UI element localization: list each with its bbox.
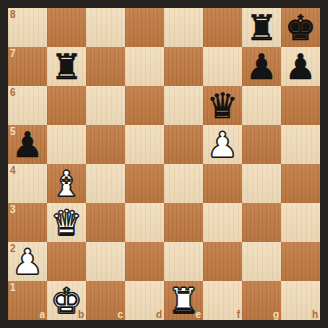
square-e8[interactable]: [164, 8, 203, 47]
square-f3[interactable]: [203, 203, 242, 242]
square-c2[interactable]: [86, 242, 125, 281]
square-e7[interactable]: [164, 47, 203, 86]
black-rook-g8[interactable]: ♜: [242, 8, 281, 47]
square-d3[interactable]: [125, 203, 164, 242]
square-b4[interactable]: ♝: [47, 164, 86, 203]
square-e3[interactable]: [164, 203, 203, 242]
white-bishop-b4[interactable]: ♝: [47, 164, 86, 203]
square-d4[interactable]: [125, 164, 164, 203]
square-f4[interactable]: [203, 164, 242, 203]
white-rook-e1[interactable]: ♜: [164, 281, 203, 320]
square-d7[interactable]: [125, 47, 164, 86]
square-h6[interactable]: [281, 86, 320, 125]
white-pawn-a2[interactable]: ♟: [8, 242, 47, 281]
square-b1[interactable]: b♚: [47, 281, 86, 320]
square-b3[interactable]: ♛: [47, 203, 86, 242]
square-d8[interactable]: [125, 8, 164, 47]
square-b5[interactable]: [47, 125, 86, 164]
square-e5[interactable]: [164, 125, 203, 164]
square-h5[interactable]: [281, 125, 320, 164]
square-f7[interactable]: [203, 47, 242, 86]
square-d5[interactable]: [125, 125, 164, 164]
square-f6[interactable]: ♛: [203, 86, 242, 125]
square-h7[interactable]: ♟: [281, 47, 320, 86]
square-g3[interactable]: [242, 203, 281, 242]
square-g2[interactable]: [242, 242, 281, 281]
black-pawn-a5[interactable]: ♟: [8, 125, 47, 164]
square-h4[interactable]: [281, 164, 320, 203]
square-g6[interactable]: [242, 86, 281, 125]
square-e1[interactable]: e♜: [164, 281, 203, 320]
square-g7[interactable]: ♟: [242, 47, 281, 86]
square-g4[interactable]: [242, 164, 281, 203]
chess-board-frame: 8♜♚7♜♟♟6♛5♟♟4♝3♛2♟1ab♚cde♜fgh: [0, 0, 328, 328]
file-label-f: f: [237, 309, 240, 320]
square-a5[interactable]: 5♟: [8, 125, 47, 164]
rank-label-8: 8: [10, 9, 16, 20]
file-label-c: c: [117, 309, 123, 320]
file-label-a: a: [39, 309, 45, 320]
rank-label-7: 7: [10, 48, 16, 59]
square-g5[interactable]: [242, 125, 281, 164]
square-a3[interactable]: 3: [8, 203, 47, 242]
square-b2[interactable]: [47, 242, 86, 281]
square-a1[interactable]: 1a: [8, 281, 47, 320]
square-a8[interactable]: 8: [8, 8, 47, 47]
file-label-d: d: [156, 309, 162, 320]
square-c7[interactable]: [86, 47, 125, 86]
white-queen-b3[interactable]: ♛: [47, 203, 86, 242]
square-e4[interactable]: [164, 164, 203, 203]
square-b7[interactable]: ♜: [47, 47, 86, 86]
black-rook-b7[interactable]: ♜: [47, 47, 86, 86]
black-queen-f6[interactable]: ♛: [203, 86, 242, 125]
white-pawn-f5[interactable]: ♟: [203, 125, 242, 164]
square-h8[interactable]: ♚: [281, 8, 320, 47]
rank-label-1: 1: [10, 282, 16, 293]
file-label-h: h: [312, 309, 318, 320]
square-c8[interactable]: [86, 8, 125, 47]
square-c4[interactable]: [86, 164, 125, 203]
chess-board: 8♜♚7♜♟♟6♛5♟♟4♝3♛2♟1ab♚cde♜fgh: [8, 8, 320, 320]
square-g8[interactable]: ♜: [242, 8, 281, 47]
square-d2[interactable]: [125, 242, 164, 281]
square-f8[interactable]: [203, 8, 242, 47]
square-c6[interactable]: [86, 86, 125, 125]
white-king-b1[interactable]: ♚: [47, 281, 86, 320]
rank-label-6: 6: [10, 87, 16, 98]
square-a6[interactable]: 6: [8, 86, 47, 125]
square-c5[interactable]: [86, 125, 125, 164]
square-e2[interactable]: [164, 242, 203, 281]
square-c3[interactable]: [86, 203, 125, 242]
square-f1[interactable]: f: [203, 281, 242, 320]
square-h1[interactable]: h: [281, 281, 320, 320]
square-g1[interactable]: g: [242, 281, 281, 320]
square-d1[interactable]: d: [125, 281, 164, 320]
square-a7[interactable]: 7: [8, 47, 47, 86]
square-h2[interactable]: [281, 242, 320, 281]
square-d6[interactable]: [125, 86, 164, 125]
square-h3[interactable]: [281, 203, 320, 242]
square-b8[interactable]: [47, 8, 86, 47]
square-b6[interactable]: [47, 86, 86, 125]
black-pawn-h7[interactable]: ♟: [281, 47, 320, 86]
rank-label-3: 3: [10, 204, 16, 215]
square-f2[interactable]: [203, 242, 242, 281]
rank-label-4: 4: [10, 165, 16, 176]
black-pawn-g7[interactable]: ♟: [242, 47, 281, 86]
black-king-h8[interactable]: ♚: [281, 8, 320, 47]
square-a4[interactable]: 4: [8, 164, 47, 203]
square-c1[interactable]: c: [86, 281, 125, 320]
file-label-g: g: [273, 309, 279, 320]
square-e6[interactable]: [164, 86, 203, 125]
square-a2[interactable]: 2♟: [8, 242, 47, 281]
square-f5[interactable]: ♟: [203, 125, 242, 164]
